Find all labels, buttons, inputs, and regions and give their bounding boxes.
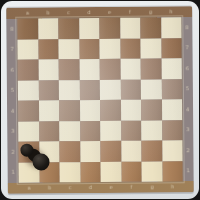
rank-label-5: 5 — [7, 80, 18, 101]
square-f1[interactable] — [121, 161, 142, 182]
square-b4[interactable] — [39, 100, 60, 121]
square-a7[interactable] — [17, 39, 38, 60]
square-e6[interactable] — [100, 59, 121, 80]
square-h3[interactable] — [162, 120, 183, 141]
square-c6[interactable] — [59, 59, 80, 80]
square-d1[interactable] — [80, 161, 101, 182]
square-h4[interactable] — [161, 99, 182, 120]
square-c5[interactable] — [59, 80, 80, 101]
rank-label-8: 8 — [181, 17, 192, 38]
square-g6[interactable] — [141, 58, 162, 79]
file-label-d: d — [80, 182, 101, 193]
pawn-head — [20, 144, 33, 157]
file-label-c: c — [58, 7, 79, 18]
square-a6[interactable] — [18, 60, 39, 81]
square-h5[interactable] — [161, 79, 182, 100]
square-e4[interactable] — [100, 100, 121, 121]
file-label-g: g — [140, 6, 161, 17]
square-g7[interactable] — [140, 38, 161, 59]
rank-label-3: 3 — [7, 121, 18, 142]
square-g4[interactable] — [141, 99, 162, 120]
square-c7[interactable] — [58, 39, 79, 60]
board-frame: abcdefgh abcdefgh 87654321 87654321 — [6, 6, 194, 194]
file-label-d: d — [79, 7, 100, 18]
file-label-h: h — [162, 181, 183, 192]
square-e2[interactable] — [100, 141, 121, 162]
square-f5[interactable] — [120, 79, 141, 100]
file-label-f: f — [121, 182, 142, 193]
file-label-f: f — [120, 7, 141, 18]
square-a8[interactable] — [17, 19, 38, 40]
square-d4[interactable] — [80, 100, 101, 121]
square-b3[interactable] — [39, 121, 60, 142]
square-a4[interactable] — [18, 101, 39, 122]
rank-label-2: 2 — [7, 142, 18, 163]
rank-label-7: 7 — [6, 39, 17, 60]
square-c4[interactable] — [59, 100, 80, 121]
square-f6[interactable] — [120, 59, 141, 80]
square-f3[interactable] — [121, 120, 142, 141]
square-h6[interactable] — [161, 58, 182, 79]
rank-label-4: 4 — [7, 101, 18, 122]
square-a5[interactable] — [18, 80, 39, 101]
rank-label-3: 3 — [182, 120, 193, 141]
square-b8[interactable] — [38, 18, 59, 39]
square-g2[interactable] — [141, 140, 162, 161]
rank-label-1: 1 — [8, 162, 19, 183]
square-h8[interactable] — [161, 17, 182, 38]
square-e8[interactable] — [99, 18, 120, 39]
square-g5[interactable] — [141, 79, 162, 100]
rank-label-7: 7 — [181, 38, 192, 59]
square-d3[interactable] — [80, 120, 101, 141]
rank-label-6: 6 — [7, 60, 18, 81]
square-f7[interactable] — [120, 38, 141, 59]
square-g8[interactable] — [140, 17, 161, 38]
chessboard-photo: abcdefgh abcdefgh 87654321 87654321 — [0, 0, 200, 200]
square-a3[interactable] — [18, 121, 39, 142]
file-label-e: e — [99, 7, 120, 18]
pawn-base — [32, 153, 49, 170]
square-f8[interactable] — [120, 18, 141, 39]
rank-label-8: 8 — [6, 19, 17, 40]
rank-label-1: 1 — [183, 161, 194, 182]
square-c3[interactable] — [59, 121, 80, 142]
rank-label-4: 4 — [182, 99, 193, 120]
file-label-c: c — [60, 182, 81, 193]
square-f2[interactable] — [121, 141, 142, 162]
fallen-black-pawn[interactable] — [19, 142, 49, 170]
square-d2[interactable] — [80, 141, 101, 162]
square-h1[interactable] — [162, 161, 183, 182]
file-label-b: b — [39, 182, 60, 193]
square-f4[interactable] — [120, 100, 141, 121]
file-label-e: e — [101, 182, 122, 193]
file-label-b: b — [38, 7, 59, 18]
square-c8[interactable] — [58, 18, 79, 39]
square-e1[interactable] — [101, 161, 122, 182]
file-label-a: a — [19, 183, 40, 194]
rank-labels-right: 87654321 — [181, 17, 193, 181]
square-g1[interactable] — [142, 161, 163, 182]
square-e5[interactable] — [100, 79, 121, 100]
file-label-a: a — [17, 8, 38, 19]
square-d5[interactable] — [79, 80, 100, 101]
square-b7[interactable] — [38, 39, 59, 60]
square-h2[interactable] — [162, 140, 183, 161]
file-label-h: h — [161, 6, 182, 17]
square-d6[interactable] — [79, 59, 100, 80]
square-c1[interactable] — [60, 162, 81, 183]
rank-label-5: 5 — [182, 79, 193, 100]
file-label-g: g — [142, 181, 163, 192]
square-b5[interactable] — [38, 80, 59, 101]
square-d8[interactable] — [79, 18, 100, 39]
square-h7[interactable] — [161, 38, 182, 59]
rank-label-6: 6 — [182, 58, 193, 79]
rank-label-2: 2 — [182, 140, 193, 161]
square-d7[interactable] — [79, 39, 100, 60]
square-g3[interactable] — [141, 120, 162, 141]
square-e7[interactable] — [99, 38, 120, 59]
square-b6[interactable] — [38, 59, 59, 80]
square-e3[interactable] — [100, 120, 121, 141]
square-c2[interactable] — [59, 141, 80, 162]
file-labels-bottom: abcdefgh — [19, 181, 183, 193]
